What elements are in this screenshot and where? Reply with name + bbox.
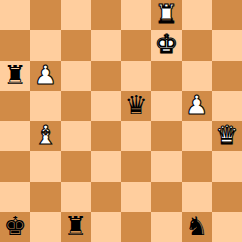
white-pawn[interactable]: ♟ xyxy=(185,92,208,118)
square-a1[interactable]: ♚ xyxy=(0,212,30,242)
square-e2[interactable] xyxy=(121,182,151,212)
square-a6[interactable]: ♜ xyxy=(0,61,30,91)
square-b2[interactable] xyxy=(30,182,60,212)
black-rook[interactable]: ♜ xyxy=(64,213,87,239)
square-c6[interactable] xyxy=(61,61,91,91)
square-b1[interactable] xyxy=(30,212,60,242)
square-a4[interactable] xyxy=(0,121,30,151)
square-g1[interactable]: ♞ xyxy=(182,212,212,242)
square-b7[interactable] xyxy=(30,30,60,60)
square-h6[interactable] xyxy=(212,61,242,91)
square-h1[interactable] xyxy=(212,212,242,242)
square-g8[interactable] xyxy=(182,0,212,30)
square-d3[interactable] xyxy=(91,151,121,181)
square-d8[interactable] xyxy=(91,0,121,30)
square-d7[interactable] xyxy=(91,30,121,60)
white-pawn[interactable]: ♟ xyxy=(34,62,57,88)
square-c4[interactable] xyxy=(61,121,91,151)
square-f4[interactable] xyxy=(151,121,181,151)
square-g4[interactable] xyxy=(182,121,212,151)
square-f1[interactable] xyxy=(151,212,181,242)
square-e4[interactable] xyxy=(121,121,151,151)
square-b6[interactable]: ♟ xyxy=(30,61,60,91)
square-c1[interactable]: ♜ xyxy=(61,212,91,242)
square-d6[interactable] xyxy=(91,61,121,91)
square-c7[interactable] xyxy=(61,30,91,60)
square-e3[interactable] xyxy=(121,151,151,181)
square-d4[interactable] xyxy=(91,121,121,151)
square-g5[interactable]: ♟ xyxy=(182,91,212,121)
square-b3[interactable] xyxy=(30,151,60,181)
square-a3[interactable] xyxy=(0,151,30,181)
black-rook[interactable]: ♜ xyxy=(3,62,26,88)
square-e6[interactable] xyxy=(121,61,151,91)
square-f6[interactable] xyxy=(151,61,181,91)
white-bishop[interactable]: ♝ xyxy=(34,122,57,148)
square-d1[interactable] xyxy=(91,212,121,242)
black-knight[interactable]: ♞ xyxy=(185,213,208,239)
black-king[interactable]: ♚ xyxy=(3,213,26,239)
square-e1[interactable] xyxy=(121,212,151,242)
square-g3[interactable] xyxy=(182,151,212,181)
chess-board: ♜♚♜♟♛♟♝♛♚♜♞ xyxy=(0,0,242,242)
square-c8[interactable] xyxy=(61,0,91,30)
square-g7[interactable] xyxy=(182,30,212,60)
square-g2[interactable] xyxy=(182,182,212,212)
square-b5[interactable] xyxy=(30,91,60,121)
white-king[interactable]: ♚ xyxy=(155,31,178,57)
square-f8[interactable]: ♜ xyxy=(151,0,181,30)
white-queen[interactable]: ♛ xyxy=(215,122,238,148)
square-a5[interactable] xyxy=(0,91,30,121)
square-f2[interactable] xyxy=(151,182,181,212)
square-h3[interactable] xyxy=(212,151,242,181)
square-b8[interactable] xyxy=(30,0,60,30)
black-queen[interactable]: ♛ xyxy=(124,92,147,118)
square-e7[interactable] xyxy=(121,30,151,60)
square-e8[interactable] xyxy=(121,0,151,30)
square-d5[interactable] xyxy=(91,91,121,121)
square-f5[interactable] xyxy=(151,91,181,121)
square-c5[interactable] xyxy=(61,91,91,121)
square-c3[interactable] xyxy=(61,151,91,181)
square-a7[interactable] xyxy=(0,30,30,60)
square-h4[interactable]: ♛ xyxy=(212,121,242,151)
square-h2[interactable] xyxy=(212,182,242,212)
square-a2[interactable] xyxy=(0,182,30,212)
square-b4[interactable]: ♝ xyxy=(30,121,60,151)
square-h5[interactable] xyxy=(212,91,242,121)
square-h7[interactable] xyxy=(212,30,242,60)
square-g6[interactable] xyxy=(182,61,212,91)
square-d2[interactable] xyxy=(91,182,121,212)
square-h8[interactable] xyxy=(212,0,242,30)
square-c2[interactable] xyxy=(61,182,91,212)
square-a8[interactable] xyxy=(0,0,30,30)
white-rook[interactable]: ♜ xyxy=(155,1,178,27)
square-e5[interactable]: ♛ xyxy=(121,91,151,121)
square-f7[interactable]: ♚ xyxy=(151,30,181,60)
square-f3[interactable] xyxy=(151,151,181,181)
